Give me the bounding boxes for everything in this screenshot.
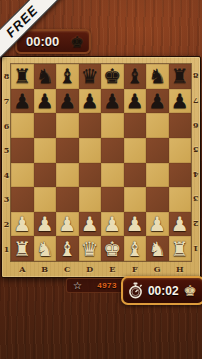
square-b6[interactable] — [34, 113, 57, 138]
square-a4[interactable] — [11, 163, 34, 188]
board-frame-corner — [11, 57, 34, 64]
white-player-clock: 00:02 ♚ — [121, 276, 202, 305]
square-f5[interactable] — [124, 138, 147, 163]
square-e3[interactable] — [101, 187, 124, 212]
square-g8[interactable]: ♞ — [146, 64, 169, 89]
square-d1[interactable]: ♛ — [79, 236, 102, 261]
square-h4[interactable] — [169, 163, 192, 188]
piece-white-bishop[interactable]: ♝ — [58, 239, 76, 259]
board-frame-corner — [169, 57, 192, 64]
piece-white-knight[interactable]: ♞ — [148, 239, 166, 259]
board-frame-corner — [101, 57, 124, 64]
square-e7[interactable]: ♟ — [101, 89, 124, 114]
square-b3[interactable] — [34, 187, 57, 212]
file-label-h: H — [169, 261, 192, 277]
board-frame-corner — [56, 57, 79, 64]
board-frame-corner — [191, 261, 200, 277]
file-label-f: F — [124, 261, 147, 277]
board-frame-corner — [2, 57, 11, 64]
piece-black-pawn[interactable]: ♟ — [13, 91, 31, 111]
rank-label-left-2: 2 — [2, 212, 11, 237]
piece-black-pawn[interactable]: ♟ — [58, 91, 76, 111]
black-king-icon: ♚ — [71, 34, 84, 49]
piece-black-king[interactable]: ♚ — [103, 66, 121, 86]
piece-white-king[interactable]: ♚ — [103, 239, 121, 259]
piece-white-rook[interactable]: ♜ — [13, 239, 31, 259]
piece-black-pawn[interactable]: ♟ — [36, 91, 54, 111]
square-a3[interactable] — [11, 187, 34, 212]
square-b5[interactable] — [34, 138, 57, 163]
square-e6[interactable] — [101, 113, 124, 138]
board-frame-corner — [79, 57, 102, 64]
square-h8[interactable]: ♜ — [169, 64, 192, 89]
square-f3[interactable] — [124, 187, 147, 212]
rank-label-right-3: 3 — [191, 187, 200, 212]
piece-black-pawn[interactable]: ♟ — [126, 91, 144, 111]
board-frame-corner — [124, 57, 147, 64]
square-c5[interactable] — [56, 138, 79, 163]
square-b2[interactable]: ♟ — [34, 212, 57, 237]
square-e5[interactable] — [101, 138, 124, 163]
square-b8[interactable]: ♞ — [34, 64, 57, 89]
rank-label-left-7: 7 — [2, 89, 11, 114]
square-g4[interactable] — [146, 163, 169, 188]
square-d2[interactable]: ♟ — [79, 212, 102, 237]
piece-black-pawn[interactable]: ♟ — [103, 91, 121, 111]
score-pill: ☆ 4973 — [66, 278, 124, 293]
rank-label-right-8: 8 — [191, 64, 200, 89]
square-d4[interactable] — [79, 163, 102, 188]
piece-black-knight[interactable]: ♞ — [148, 66, 166, 86]
white-clock-time: 00:02 — [147, 284, 180, 298]
square-f7[interactable]: ♟ — [124, 89, 147, 114]
piece-black-rook[interactable]: ♜ — [171, 66, 189, 86]
rank-label-left-3: 3 — [2, 187, 11, 212]
square-e8[interactable]: ♚ — [101, 64, 124, 89]
piece-white-queen[interactable]: ♛ — [81, 239, 99, 259]
piece-white-pawn[interactable]: ♟ — [126, 214, 144, 234]
file-label-a: A — [11, 261, 34, 277]
square-h5[interactable] — [169, 138, 192, 163]
square-e2[interactable]: ♟ — [101, 212, 124, 237]
square-g7[interactable]: ♟ — [146, 89, 169, 114]
square-d3[interactable] — [79, 187, 102, 212]
square-e1[interactable]: ♚ — [101, 236, 124, 261]
rank-label-right-6: 6 — [191, 113, 200, 138]
piece-white-pawn[interactable]: ♟ — [103, 214, 121, 234]
square-c8[interactable]: ♝ — [56, 64, 79, 89]
black-clock-time: 00:00 — [26, 34, 59, 49]
piece-black-bishop[interactable]: ♝ — [58, 66, 76, 86]
square-h3[interactable] — [169, 187, 192, 212]
square-a1[interactable]: ♜ — [11, 236, 34, 261]
square-h2[interactable]: ♟ — [169, 212, 192, 237]
score-value: 4973 — [97, 281, 117, 290]
piece-white-pawn[interactable]: ♟ — [36, 214, 54, 234]
rank-label-right-2: 2 — [191, 212, 200, 237]
board-frame-corner — [34, 57, 57, 64]
file-label-d: D — [79, 261, 102, 277]
piece-black-pawn[interactable]: ♟ — [171, 91, 189, 111]
piece-white-pawn[interactable]: ♟ — [58, 214, 76, 234]
rank-label-left-4: 4 — [2, 163, 11, 188]
piece-black-pawn[interactable]: ♟ — [148, 91, 166, 111]
file-label-b: B — [34, 261, 57, 277]
square-c4[interactable] — [56, 163, 79, 188]
square-f6[interactable] — [124, 113, 147, 138]
rank-label-right-1: 1 — [191, 236, 200, 261]
square-d5[interactable] — [79, 138, 102, 163]
square-c7[interactable]: ♟ — [56, 89, 79, 114]
white-king-icon: ♚ — [184, 283, 197, 298]
piece-white-rook[interactable]: ♜ — [171, 239, 189, 259]
square-h1[interactable]: ♜ — [169, 236, 192, 261]
square-h7[interactable]: ♟ — [169, 89, 192, 114]
square-f2[interactable]: ♟ — [124, 212, 147, 237]
piece-white-pawn[interactable]: ♟ — [171, 214, 189, 234]
square-h6[interactable] — [169, 113, 192, 138]
board-frame-corner — [191, 57, 200, 64]
piece-black-bishop[interactable]: ♝ — [126, 66, 144, 86]
square-d6[interactable] — [79, 113, 102, 138]
square-g6[interactable] — [146, 113, 169, 138]
square-b1[interactable]: ♞ — [34, 236, 57, 261]
file-label-g: G — [146, 261, 169, 277]
square-d7[interactable]: ♟ — [79, 89, 102, 114]
piece-white-pawn[interactable]: ♟ — [148, 214, 166, 234]
square-c3[interactable] — [56, 187, 79, 212]
square-g3[interactable] — [146, 187, 169, 212]
rank-label-left-1: 1 — [2, 236, 11, 261]
square-f8[interactable]: ♝ — [124, 64, 147, 89]
square-g5[interactable] — [146, 138, 169, 163]
square-c6[interactable] — [56, 113, 79, 138]
stopwatch-icon — [128, 282, 143, 299]
piece-black-queen[interactable]: ♛ — [81, 66, 99, 86]
square-a5[interactable] — [11, 138, 34, 163]
square-b7[interactable]: ♟ — [34, 89, 57, 114]
black-player-clock: 00:00 ♚ — [15, 29, 91, 54]
square-f1[interactable]: ♝ — [124, 236, 147, 261]
piece-black-rook[interactable]: ♜ — [13, 66, 31, 86]
piece-black-knight[interactable]: ♞ — [36, 66, 54, 86]
board-frame-corner — [2, 261, 11, 277]
rank-label-left-5: 5 — [2, 138, 11, 163]
square-c2[interactable]: ♟ — [56, 212, 79, 237]
square-f4[interactable] — [124, 163, 147, 188]
rank-label-right-5: 5 — [191, 138, 200, 163]
square-d8[interactable]: ♛ — [79, 64, 102, 89]
file-label-c: C — [56, 261, 79, 277]
rank-label-right-7: 7 — [191, 89, 200, 114]
piece-white-pawn[interactable]: ♟ — [81, 214, 99, 234]
square-g1[interactable]: ♞ — [146, 236, 169, 261]
square-a2[interactable]: ♟ — [11, 212, 34, 237]
piece-black-pawn[interactable]: ♟ — [81, 91, 99, 111]
square-a6[interactable] — [11, 113, 34, 138]
square-c1[interactable]: ♝ — [56, 236, 79, 261]
rank-label-left-8: 8 — [2, 64, 11, 89]
star-icon: ☆ — [73, 281, 82, 291]
piece-white-pawn[interactable]: ♟ — [13, 214, 31, 234]
square-a7[interactable]: ♟ — [11, 89, 34, 114]
chess-board[interactable]: 8♜♞♝♛♚♝♞♜87♟♟♟♟♟♟♟♟7665544332♟♟♟♟♟♟♟♟21♜… — [1, 56, 201, 278]
square-a8[interactable]: ♜ — [11, 64, 34, 89]
square-e4[interactable] — [101, 163, 124, 188]
rank-label-right-4: 4 — [191, 163, 200, 188]
square-b4[interactable] — [34, 163, 57, 188]
rank-label-left-6: 6 — [2, 113, 11, 138]
piece-white-bishop[interactable]: ♝ — [126, 239, 144, 259]
square-g2[interactable]: ♟ — [146, 212, 169, 237]
board-frame-corner — [146, 57, 169, 64]
file-label-e: E — [101, 261, 124, 277]
piece-white-knight[interactable]: ♞ — [36, 239, 54, 259]
